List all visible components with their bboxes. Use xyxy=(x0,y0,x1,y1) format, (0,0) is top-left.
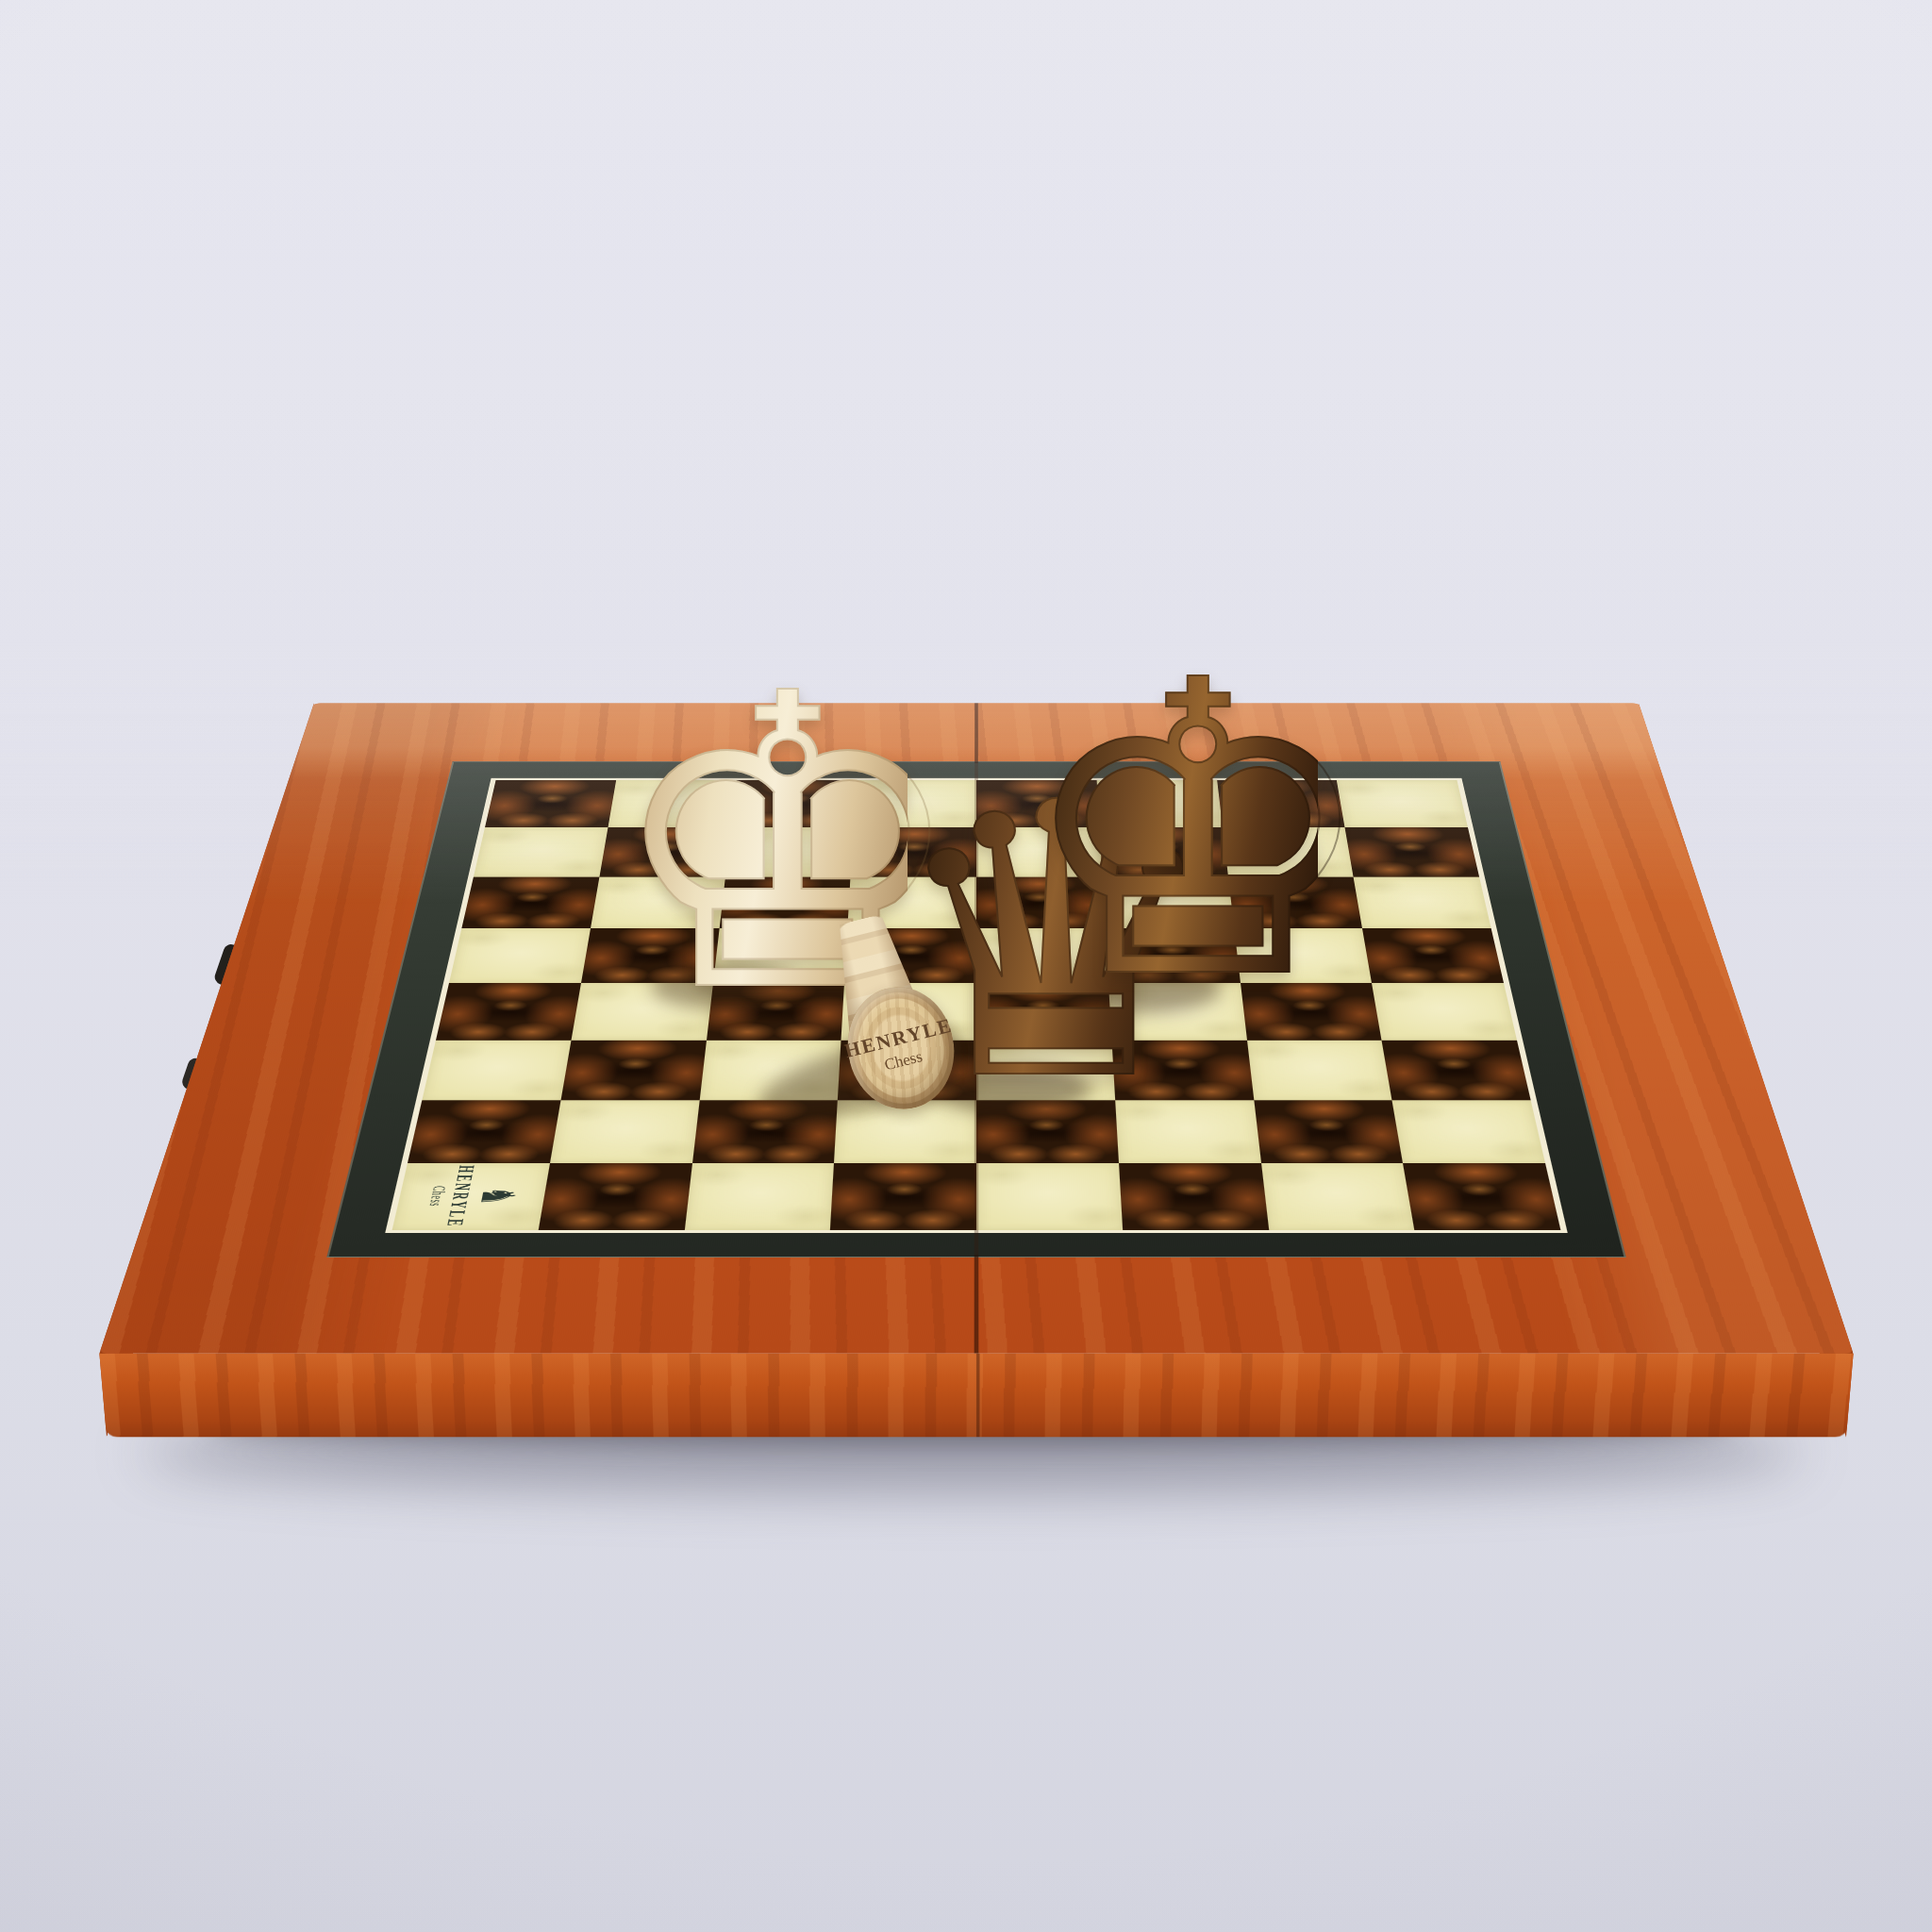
dark-king-piece: ♚ xyxy=(1016,628,1318,1034)
product-photo-scene: ♞ HENRYLE Chess HENRYLE Chess ♚ ♛ ♚ xyxy=(0,0,1932,1932)
pieces-layer: HENRYLE Chess ♚ ♛ ♚ xyxy=(0,0,1932,1932)
